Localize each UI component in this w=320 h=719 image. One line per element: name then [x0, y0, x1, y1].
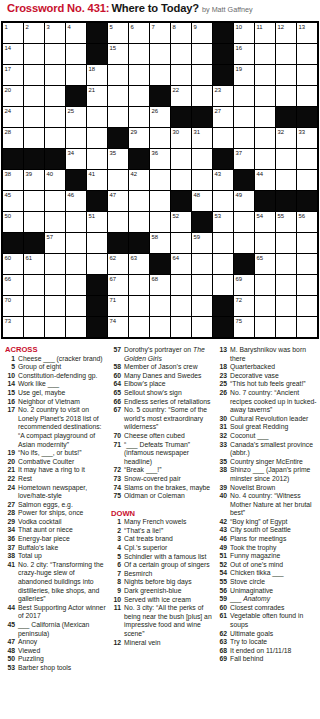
grid-cell[interactable]: 6 [129, 23, 149, 43]
clue-text: Vodka cocktail [18, 518, 108, 527]
clue-number: 45 [3, 621, 18, 638]
grid-cell[interactable] [255, 275, 275, 295]
grid-cell[interactable] [129, 86, 149, 106]
cell-number: 52 [173, 213, 180, 220]
clue-number: 33 [215, 441, 230, 458]
grid-cell[interactable] [66, 233, 86, 253]
grid-cell[interactable] [66, 44, 86, 64]
grid-cell[interactable] [150, 317, 170, 337]
clue-text: “Break ___!” [124, 466, 215, 475]
grid-cell[interactable] [45, 296, 65, 316]
clue-text: Stove circle [230, 578, 319, 587]
clue-text: M. Baryshnikov was born there [230, 346, 319, 363]
clue-number: 7 [109, 570, 124, 579]
grid-cell[interactable] [150, 191, 170, 211]
grid-cell[interactable]: 69 [234, 275, 254, 295]
grid-cell[interactable] [108, 170, 128, 190]
grid-cell[interactable]: 35 [108, 149, 128, 169]
grid-cell[interactable]: 2 [24, 23, 44, 43]
grid-cell[interactable] [276, 233, 296, 253]
grid-cell[interactable] [171, 317, 191, 337]
clue-number: 47 [3, 638, 18, 647]
clue-text: Constitution-defending gp. [18, 372, 108, 381]
grid-cell[interactable]: 4 [66, 23, 86, 43]
grid-cell[interactable]: 46 [66, 191, 86, 211]
grid-cell[interactable]: 11 [255, 23, 275, 43]
grid-cell[interactable] [150, 170, 170, 190]
grid-cell[interactable] [129, 107, 149, 127]
grid-cell[interactable]: 29 [129, 128, 149, 148]
grid-cell[interactable]: 16 [234, 44, 254, 64]
across-header: ACROSS [3, 346, 108, 355]
grid-cell[interactable] [24, 191, 44, 211]
cell-number: 44 [257, 171, 264, 178]
grid-cell[interactable]: 23 [213, 86, 233, 106]
clue-item: 10Served with ice cream [109, 596, 215, 605]
clue-item: 3Cat treats brand [109, 535, 215, 544]
grid-cell[interactable] [192, 86, 212, 106]
clue-item: 35Country singer McEntire [215, 458, 319, 467]
cell-number: 22 [173, 87, 180, 94]
grid-cell[interactable]: 12 [276, 23, 296, 43]
clue-text: Dark greenish-blue [124, 587, 215, 596]
clue-number: 48 [3, 647, 18, 656]
clue-number: 2 [109, 527, 124, 536]
grid-cell[interactable]: 20 [3, 86, 23, 106]
grid-cell[interactable]: 43 [213, 170, 233, 190]
grid-cell[interactable]: 41 [87, 170, 107, 190]
black-square [24, 233, 44, 253]
clue-item: 48Viewed [3, 647, 108, 656]
clue-text: No. 7 country: “Ancient recipes cooked u… [230, 389, 319, 415]
grid-cell[interactable] [255, 107, 275, 127]
grid-cell[interactable] [297, 149, 317, 169]
grid-cell[interactable]: 22 [171, 86, 191, 106]
grid-cell[interactable] [66, 317, 86, 337]
grid-cell[interactable] [150, 65, 170, 85]
grid-cell[interactable] [192, 275, 212, 295]
cell-number: 7 [152, 24, 155, 31]
clue-item: 70Cheese often cubed [109, 432, 215, 441]
clue-text: Group of eight [18, 363, 108, 372]
grid-cell[interactable]: 71 [108, 296, 128, 316]
grid-cell[interactable] [24, 65, 44, 85]
clue-number: 23 [215, 372, 230, 381]
grid-cell[interactable]: 34 [66, 149, 86, 169]
clue-number: 59 [215, 595, 230, 604]
grid-cell[interactable]: 7 [150, 23, 170, 43]
grid-cell[interactable] [171, 170, 191, 190]
clue-text: Country singer McEntire [230, 458, 319, 467]
black-square [87, 275, 107, 295]
clue-number: 6 [109, 561, 124, 570]
grid-cell[interactable] [192, 65, 212, 85]
grid-cell[interactable]: 66 [3, 275, 23, 295]
grid-cell[interactable]: 60 [3, 254, 23, 274]
grid-cell[interactable] [129, 212, 149, 232]
grid-cell[interactable]: 49 [234, 191, 254, 211]
grid-cell[interactable] [213, 128, 233, 148]
clue-item: 24Hometown newspaper, love/hate-style [3, 484, 108, 501]
grid-cell[interactable]: 40 [45, 170, 65, 190]
grid-cell[interactable] [276, 296, 296, 316]
grid-cell[interactable] [192, 317, 212, 337]
grid-cell[interactable] [66, 254, 86, 274]
grid-cell[interactable]: 65 [255, 254, 275, 274]
clue-text: Many French vowels [124, 518, 215, 527]
grid-cell[interactable]: 26 [150, 107, 170, 127]
black-square [192, 212, 212, 232]
grid-cell[interactable] [213, 254, 233, 274]
grid-cell[interactable] [276, 44, 296, 64]
grid-cell[interactable]: 74 [108, 317, 128, 337]
grid-cell[interactable] [297, 65, 317, 85]
grid-cell[interactable]: 39 [24, 170, 44, 190]
grid-cell[interactable] [297, 86, 317, 106]
clue-item: 32Coconut ___ [215, 432, 319, 441]
clue-text: Out of one’s mind [230, 561, 319, 570]
black-square [171, 107, 191, 127]
grid-cell[interactable] [171, 233, 191, 253]
clue-text: Neighbor of Vietnam [18, 398, 108, 407]
clue-number: 42 [215, 518, 230, 527]
clue-item: 37Buffalo’s lake [3, 544, 108, 553]
grid-cell[interactable] [171, 44, 191, 64]
grid-cell[interactable] [234, 212, 254, 232]
grid-cell[interactable] [87, 254, 107, 274]
cell-number: 49 [236, 192, 243, 199]
grid-cell[interactable] [297, 233, 317, 253]
grid-cell[interactable]: 72 [234, 296, 254, 316]
grid-cell[interactable]: 47 [108, 191, 128, 211]
grid-cell[interactable]: 8 [171, 23, 191, 43]
grid-cell[interactable]: 53 [213, 212, 233, 232]
grid-cell[interactable]: 68 [150, 275, 170, 295]
grid-cell[interactable]: 59 [192, 233, 212, 253]
grid-cell[interactable]: 15 [108, 44, 128, 64]
black-square [213, 317, 233, 337]
grid-cell[interactable]: 62 [108, 254, 128, 274]
grid-cell[interactable] [192, 170, 212, 190]
grid-cell[interactable]: 33 [297, 128, 317, 148]
clue-text: Cat treats brand [124, 535, 215, 544]
grid-cell[interactable] [276, 254, 296, 274]
black-square [276, 191, 296, 211]
grid-cell[interactable] [255, 128, 275, 148]
clue-item: 60Many Danes and Swedes [109, 372, 215, 381]
grid-cell[interactable]: 51 [87, 212, 107, 232]
grid-cell[interactable]: 75 [234, 317, 254, 337]
grid-cell[interactable] [45, 86, 65, 106]
grid-cell[interactable] [297, 170, 317, 190]
black-square [234, 170, 254, 190]
clue-lists: ACROSS1Cheese ___ (cracker brand)5Group … [0, 346, 320, 673]
grid-cell[interactable] [24, 107, 44, 127]
clue-number: 49 [215, 544, 230, 553]
grid-cell[interactable] [255, 296, 275, 316]
clue-item: 12Mineral vein [109, 639, 215, 648]
grid-cell[interactable] [45, 254, 65, 274]
grid-cell[interactable]: 44 [255, 170, 275, 190]
clue-text: Puzzling [18, 655, 108, 664]
clue-item: 41No. 2 city: “Transforming the crazy-hu… [3, 561, 108, 604]
grid-cell[interactable] [66, 65, 86, 85]
grid-cell[interactable]: 37 [234, 149, 254, 169]
grid-cell[interactable] [171, 149, 191, 169]
grid-cell[interactable] [108, 65, 128, 85]
grid-cell[interactable]: 63 [129, 254, 149, 274]
grid-cell[interactable]: 18 [87, 65, 107, 85]
black-square [255, 191, 275, 211]
grid-cell[interactable] [45, 275, 65, 295]
clue-item: 29Vodka cocktail [3, 518, 108, 527]
cell-number: 56 [299, 213, 306, 220]
grid-cell[interactable] [171, 65, 191, 85]
grid-cell[interactable] [255, 65, 275, 85]
grid-cell[interactable] [45, 317, 65, 337]
clue-text: Cheese often cubed [124, 432, 215, 441]
grid-cell[interactable]: 48 [192, 191, 212, 211]
grid-cell[interactable] [276, 317, 296, 337]
grid-cell[interactable] [255, 233, 275, 253]
grid-cell[interactable]: 17 [3, 65, 23, 85]
grid-cell[interactable]: 5 [108, 23, 128, 43]
grid-cell[interactable] [24, 317, 44, 337]
grid-cell[interactable] [213, 275, 233, 295]
grid-cell[interactable]: 27 [213, 107, 233, 127]
cell-number: 64 [173, 255, 180, 262]
grid-cell[interactable]: 21 [87, 86, 107, 106]
grid-cell[interactable] [192, 44, 212, 64]
clue-item: 39Novelist Brown [215, 484, 319, 493]
grid-cell[interactable] [234, 107, 254, 127]
grid-cell[interactable] [129, 191, 149, 211]
grid-cell[interactable]: 25 [66, 107, 86, 127]
clue-item: 66Endless series of retaliations [109, 398, 215, 407]
clue-number: 53 [3, 664, 18, 673]
grid-cell[interactable] [276, 86, 296, 106]
grid-cell[interactable]: 38 [3, 170, 23, 190]
grid-cell[interactable] [150, 296, 170, 316]
grid-cell[interactable] [129, 296, 149, 316]
cell-number: 45 [5, 192, 12, 199]
grid-cell[interactable]: 3 [45, 23, 65, 43]
grid-cell[interactable]: 61 [24, 254, 44, 274]
grid-cell[interactable] [255, 317, 275, 337]
clue-number: 38 [3, 552, 18, 561]
grid-cell[interactable]: 55 [276, 212, 296, 232]
grid-cell[interactable] [66, 275, 86, 295]
grid-cell[interactable] [45, 191, 65, 211]
grid-cell[interactable] [108, 86, 128, 106]
clue-number: 15 [3, 389, 18, 398]
clue-text: Buffalo’s lake [18, 544, 108, 553]
grid-cell[interactable]: 50 [3, 212, 23, 232]
clue-text: Cheese ___ (cracker brand) [18, 355, 108, 364]
clue-text: Took the trophy [230, 544, 319, 553]
grid-cell[interactable] [213, 233, 233, 253]
grid-cell[interactable] [66, 296, 86, 316]
clue-number: 17 [3, 406, 18, 449]
grid-cell[interactable] [150, 128, 170, 148]
clue-number: 27 [3, 501, 18, 510]
grid-cell[interactable] [255, 44, 275, 64]
grid-cell[interactable]: 28 [3, 128, 23, 148]
grid-cell[interactable] [87, 128, 107, 148]
grid-cell[interactable] [150, 212, 170, 232]
cell-number: 27 [215, 108, 222, 115]
clue-number: 16 [3, 398, 18, 407]
grid-cell[interactable] [255, 86, 275, 106]
clue-item: 34That aunt or niece [3, 526, 108, 535]
clue-number: 63 [215, 638, 230, 647]
grid-cell[interactable] [45, 107, 65, 127]
puzzle-title: Crossword No. 431:Where to Today?by Matt… [7, 2, 253, 14]
clue-number: 20 [3, 458, 18, 467]
grid-cell[interactable] [45, 65, 65, 85]
grid-cell[interactable] [108, 107, 128, 127]
grid-cell[interactable]: 9 [192, 23, 212, 43]
clue-item: 65Sellout show’s sign [109, 389, 215, 398]
grid-cell[interactable] [45, 212, 65, 232]
clue-number: 9 [109, 587, 124, 596]
clue-text: Viewed [18, 647, 108, 656]
grid-cell[interactable] [129, 317, 149, 337]
grid-cell[interactable]: 19 [234, 65, 254, 85]
black-square [87, 296, 107, 316]
grid-cell[interactable] [66, 128, 86, 148]
grid-cell[interactable] [276, 65, 296, 85]
clue-item: 31Soul great Redding [215, 423, 319, 432]
clue-item: 6Of a certain group of singers [109, 561, 215, 570]
grid-cell[interactable]: 1 [3, 23, 23, 43]
cell-number: 62 [110, 255, 117, 262]
grid-cell[interactable] [24, 128, 44, 148]
grid-cell[interactable] [24, 44, 44, 64]
cell-number: 32 [278, 129, 285, 136]
clue-text: Ultimate goals [230, 630, 319, 639]
cell-number: 26 [152, 108, 159, 115]
clue-number: 24 [3, 484, 18, 501]
grid-cell[interactable]: 14 [3, 44, 23, 64]
grid-cell[interactable] [234, 233, 254, 253]
cell-number: 66 [5, 276, 12, 283]
grid-cell[interactable] [297, 254, 317, 274]
grid-cell[interactable] [24, 86, 44, 106]
grid-cell[interactable] [24, 212, 44, 232]
clue-item: 38Total up [3, 552, 108, 561]
grid-cell[interactable]: 58 [150, 233, 170, 253]
clue-number: 61 [215, 612, 230, 629]
grid-cell[interactable]: 73 [3, 317, 23, 337]
clue-number: 52 [215, 561, 230, 570]
grid-cell[interactable] [24, 275, 44, 295]
grid-cell[interactable] [234, 128, 254, 148]
clue-item: 23Decorative vase [215, 372, 319, 381]
grid-cell[interactable] [129, 44, 149, 64]
grid-cell[interactable]: 42 [129, 170, 149, 190]
clue-text: Soul great Redding [230, 423, 319, 432]
cell-number: 6 [131, 24, 134, 31]
clue-number: 60 [215, 604, 230, 613]
clue-item: 17No. 2 country to visit on Lonely Plane… [3, 406, 108, 449]
grid-cell[interactable] [234, 86, 254, 106]
grid-cell[interactable]: 32 [276, 128, 296, 148]
grid-cell[interactable] [171, 296, 191, 316]
grid-cell[interactable]: 31 [192, 128, 212, 148]
grid-cell[interactable]: 24 [3, 107, 23, 127]
grid-cell[interactable]: 70 [3, 296, 23, 316]
clue-text: Mineral vein [124, 639, 215, 648]
clue-number: 55 [215, 578, 230, 587]
grid-cell[interactable] [45, 128, 65, 148]
grid-cell[interactable] [87, 107, 107, 127]
grid-cell[interactable] [276, 170, 296, 190]
clue-text: Snow-covered pair [124, 475, 215, 484]
clue-number: 65 [109, 389, 124, 398]
grid-cell[interactable] [192, 254, 212, 274]
black-square [87, 44, 107, 64]
grid-cell[interactable] [24, 296, 44, 316]
clue-item: 59___ Anatomy [215, 595, 319, 604]
grid-cell[interactable]: 13 [297, 23, 317, 43]
grid-cell[interactable] [297, 317, 317, 337]
clue-number: 72 [109, 466, 124, 475]
grid-cell[interactable] [66, 212, 86, 232]
grid-cell[interactable] [297, 44, 317, 64]
grid-cell[interactable] [87, 233, 107, 253]
grid-cell[interactable] [276, 149, 296, 169]
clue-text: Try to locate [230, 638, 319, 647]
clue-item: 47Annoy [3, 638, 108, 647]
grid-cell[interactable] [255, 149, 275, 169]
grid-cell[interactable]: 45 [3, 191, 23, 211]
grid-cell[interactable] [129, 275, 149, 295]
grid-cell[interactable]: 30 [171, 128, 191, 148]
clue-item: 4Cpl.’s superior [109, 544, 215, 553]
grid-cell[interactable]: 36 [150, 149, 170, 169]
clue-text: Quarterbacked [230, 363, 319, 372]
clue-item: 36Energy-bar piece [3, 535, 108, 544]
grid-cell[interactable]: 67 [108, 275, 128, 295]
grid-cell[interactable]: 56 [297, 212, 317, 232]
cell-number: 20 [5, 87, 12, 94]
grid-cell[interactable] [150, 44, 170, 64]
grid-cell[interactable]: 57 [45, 233, 65, 253]
grid-cell[interactable]: 10 [234, 23, 254, 43]
black-square [276, 107, 296, 127]
grid-cell[interactable] [129, 65, 149, 85]
grid-cell[interactable]: 54 [255, 212, 275, 232]
grid-cell[interactable] [297, 296, 317, 316]
grid-cell[interactable] [87, 149, 107, 169]
grid-cell[interactable] [192, 296, 212, 316]
grid-cell[interactable] [297, 275, 317, 295]
grid-cell[interactable] [171, 275, 191, 295]
grid-cell[interactable] [108, 212, 128, 232]
clue-text: It ended on 11/11/18 [230, 647, 319, 656]
grid-cell[interactable]: 64 [171, 254, 191, 274]
grid-cell[interactable]: 52 [171, 212, 191, 232]
clue-item: 52Out of one’s mind [215, 561, 319, 570]
grid-cell[interactable] [276, 275, 296, 295]
clue-item: 10Constitution-defending gp. [3, 372, 108, 381]
grid-cell[interactable] [213, 191, 233, 211]
grid-cell[interactable] [45, 44, 65, 64]
grid-cell[interactable] [192, 149, 212, 169]
black-square [45, 149, 65, 169]
clue-text: Novelist Brown [230, 484, 319, 493]
